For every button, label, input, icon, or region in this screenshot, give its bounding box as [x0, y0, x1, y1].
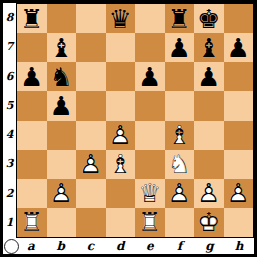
piece-black-bishop: ♝ [47, 33, 77, 62]
square-e7[interactable] [135, 33, 165, 62]
square-a1[interactable]: ♜♖ [17, 208, 47, 237]
square-d5[interactable] [106, 91, 136, 120]
square-b3[interactable] [47, 150, 77, 179]
piece-white-pawn: ♟♙ [165, 179, 195, 208]
square-a6[interactable]: ♟ [17, 62, 47, 91]
rank-label-6: 6 [3, 62, 16, 91]
square-a3[interactable] [17, 150, 47, 179]
square-f2[interactable]: ♟♙ [165, 179, 195, 208]
square-c1[interactable] [76, 208, 106, 237]
square-c2[interactable] [76, 179, 106, 208]
piece-black-queen: ♛ [106, 4, 136, 33]
rank-label-3: 3 [3, 149, 16, 178]
square-h6[interactable] [224, 62, 254, 91]
rank-label-8: 8 [3, 3, 16, 32]
square-c4[interactable] [76, 121, 106, 150]
piece-black-pawn: ♟ [165, 33, 195, 62]
square-f6[interactable] [165, 62, 195, 91]
white-to-move-indicator [4, 239, 19, 254]
square-f5[interactable] [165, 91, 195, 120]
file-label-e: e [135, 238, 165, 254]
square-g1[interactable]: ♚♔ [194, 208, 224, 237]
square-d1[interactable] [106, 208, 136, 237]
square-c6[interactable] [76, 62, 106, 91]
square-g3[interactable] [194, 150, 224, 179]
piece-black-rook: ♜ [165, 4, 195, 33]
piece-white-king: ♚♔ [194, 208, 224, 237]
piece-white-queen: ♛♕ [135, 179, 165, 208]
piece-black-pawn: ♟ [135, 62, 165, 91]
square-b2[interactable]: ♟♙ [47, 179, 77, 208]
file-label-h: h [224, 238, 254, 254]
piece-white-bishop: ♝♗ [165, 121, 195, 150]
square-f4[interactable]: ♝♗ [165, 121, 195, 150]
square-h5[interactable] [224, 91, 254, 120]
square-d7[interactable] [106, 33, 136, 62]
square-b1[interactable] [47, 208, 77, 237]
file-label-d: d [105, 238, 135, 254]
file-label-f: f [165, 238, 195, 254]
rank-labels: 87654321 [3, 3, 16, 237]
square-c3[interactable]: ♟♙ [76, 150, 106, 179]
square-d8[interactable]: ♛ [106, 4, 136, 33]
piece-white-pawn: ♟♙ [224, 179, 254, 208]
square-f1[interactable] [165, 208, 195, 237]
square-a4[interactable] [17, 121, 47, 150]
square-g5[interactable] [194, 91, 224, 120]
rank-label-7: 7 [3, 32, 16, 61]
square-c5[interactable] [76, 91, 106, 120]
piece-white-knight: ♞♘ [165, 150, 195, 179]
square-b6[interactable]: ♞ [47, 62, 77, 91]
file-labels: abcdefgh [16, 238, 254, 254]
square-e3[interactable] [135, 150, 165, 179]
piece-black-pawn: ♟ [194, 62, 224, 91]
square-d4[interactable]: ♟♙ [106, 121, 136, 150]
square-f8[interactable]: ♜ [165, 4, 195, 33]
square-f3[interactable]: ♞♘ [165, 150, 195, 179]
rank-label-1: 1 [3, 208, 16, 237]
square-h2[interactable]: ♟♙ [224, 179, 254, 208]
square-c8[interactable] [76, 4, 106, 33]
piece-white-rook: ♜♖ [135, 208, 165, 237]
square-g7[interactable]: ♝ [194, 33, 224, 62]
piece-white-pawn: ♟♙ [47, 179, 77, 208]
board-frame: 87654321 ♜♛♜♚♝♟♝♟♟♞♟♟♟♟♙♝♗♟♙♝♗♞♘♟♙♛♕♟♙♟♙… [0, 0, 257, 257]
rank-label-5: 5 [3, 91, 16, 120]
square-f7[interactable]: ♟ [165, 33, 195, 62]
square-b4[interactable] [47, 121, 77, 150]
piece-black-pawn: ♟ [47, 91, 77, 120]
square-d2[interactable] [106, 179, 136, 208]
piece-black-bishop: ♝ [194, 33, 224, 62]
square-g8[interactable]: ♚ [194, 4, 224, 33]
square-h4[interactable] [224, 121, 254, 150]
piece-black-rook: ♜ [17, 4, 47, 33]
square-b5[interactable]: ♟ [47, 91, 77, 120]
square-b7[interactable]: ♝ [47, 33, 77, 62]
rank-label-4: 4 [3, 120, 16, 149]
piece-black-pawn: ♟ [224, 33, 254, 62]
piece-black-pawn: ♟ [17, 62, 47, 91]
square-h7[interactable]: ♟ [224, 33, 254, 62]
piece-white-pawn: ♟♙ [106, 121, 136, 150]
square-a5[interactable] [17, 91, 47, 120]
file-label-c: c [76, 238, 106, 254]
square-g2[interactable]: ♟♙ [194, 179, 224, 208]
square-e2[interactable]: ♛♕ [135, 179, 165, 208]
square-d3[interactable]: ♝♗ [106, 150, 136, 179]
piece-black-knight: ♞ [47, 62, 77, 91]
square-c7[interactable] [76, 33, 106, 62]
piece-white-pawn: ♟♙ [76, 150, 106, 179]
square-a7[interactable] [17, 33, 47, 62]
file-label-g: g [195, 238, 225, 254]
square-e8[interactable] [135, 4, 165, 33]
square-a8[interactable]: ♜ [17, 4, 47, 33]
file-label-a: a [16, 238, 46, 254]
square-e6[interactable]: ♟ [135, 62, 165, 91]
square-g4[interactable] [194, 121, 224, 150]
piece-black-king: ♚ [194, 4, 224, 33]
square-e1[interactable]: ♜♖ [135, 208, 165, 237]
piece-white-pawn: ♟♙ [194, 179, 224, 208]
square-h3[interactable] [224, 150, 254, 179]
diagram-background: 87654321 ♜♛♜♚♝♟♝♟♟♞♟♟♟♟♙♝♗♟♙♝♗♞♘♟♙♛♕♟♙♟♙… [3, 3, 254, 254]
square-h8[interactable] [224, 4, 254, 33]
square-e4[interactable] [135, 121, 165, 150]
square-h1[interactable] [224, 208, 254, 237]
piece-white-bishop: ♝♗ [106, 150, 136, 179]
piece-white-rook: ♜♖ [17, 208, 47, 237]
square-e5[interactable] [135, 91, 165, 120]
chess-board: ♜♛♜♚♝♟♝♟♟♞♟♟♟♟♙♝♗♟♙♝♗♞♘♟♙♛♕♟♙♟♙♟♙♜♖♜♖♚♔ [16, 3, 254, 238]
square-d6[interactable] [106, 62, 136, 91]
square-b8[interactable] [47, 4, 77, 33]
square-g6[interactable]: ♟ [194, 62, 224, 91]
file-label-b: b [46, 238, 76, 254]
square-a2[interactable] [17, 179, 47, 208]
rank-label-2: 2 [3, 179, 16, 208]
